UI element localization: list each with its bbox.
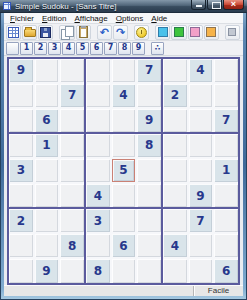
cell-r4c9[interactable] <box>214 134 238 157</box>
cell-r4c4[interactable] <box>86 134 110 157</box>
sudoku-board: 9767494271385419289368746 <box>7 57 240 285</box>
cell-r1c4[interactable] <box>86 59 110 82</box>
digit-2-button[interactable]: 2 <box>34 42 47 55</box>
box-6: 19 <box>163 134 238 207</box>
cell-r8c3[interactable]: 8 <box>60 234 84 257</box>
app-icon <box>3 2 11 10</box>
cell-r4c6[interactable]: 8 <box>137 134 161 157</box>
digit-7-button[interactable]: 7 <box>104 42 117 55</box>
number-toolbar: 123456789∴ <box>4 41 243 56</box>
cell-r3c4[interactable] <box>86 109 110 132</box>
blue-square-icon <box>158 27 168 37</box>
cell-r7c7[interactable] <box>163 209 187 232</box>
cell-r3c8[interactable] <box>189 109 213 132</box>
cell-r1c9[interactable] <box>214 59 238 82</box>
box-5: 854 <box>86 134 161 207</box>
cell-r6c7[interactable] <box>163 184 187 207</box>
cell-r7c5[interactable] <box>112 209 136 232</box>
cell-r3c1[interactable] <box>9 109 33 132</box>
cell-r9c1[interactable] <box>9 259 33 282</box>
cell-r3c2[interactable]: 6 <box>35 109 59 132</box>
box-3: 427 <box>163 59 238 132</box>
cell-r7c1[interactable]: 2 <box>9 209 33 232</box>
box-8: 368 <box>86 209 161 282</box>
cell-r5c3[interactable] <box>60 159 84 182</box>
cell-r1c6[interactable]: 7 <box>137 59 161 82</box>
cell-r7c3[interactable] <box>60 209 84 232</box>
copy-icon <box>61 26 73 38</box>
redo-button[interactable]: ↷ <box>113 25 128 40</box>
app-window: Simple Sudoku - [Sans Titre] FichierEdit… <box>0 0 247 300</box>
cell-r2c9[interactable] <box>214 84 238 107</box>
close-button[interactable] <box>223 0 244 10</box>
cell-r2c3[interactable]: 7 <box>60 84 84 107</box>
cell-r9c2[interactable]: 9 <box>35 259 59 282</box>
cell-r6c1[interactable] <box>9 184 33 207</box>
cell-r2c6[interactable] <box>137 84 161 107</box>
undo-arrow-icon: ↶ <box>100 27 109 38</box>
cell-r9c4[interactable]: 8 <box>86 259 110 282</box>
board-area: 9767494271385419289368746 <box>4 56 243 285</box>
filter-green-button[interactable] <box>171 25 186 40</box>
cell-r6c5[interactable] <box>112 184 136 207</box>
new-puzzle-button[interactable] <box>6 25 21 40</box>
status-bar: Facile <box>4 285 243 296</box>
cell-r9c8[interactable] <box>189 259 213 282</box>
redo-arrow-icon: ↷ <box>116 27 125 38</box>
cell-r8c6[interactable] <box>137 234 161 257</box>
menu-options[interactable]: Options <box>112 13 148 24</box>
cell-r1c8[interactable]: 4 <box>189 59 213 82</box>
digit-6-button[interactable]: 6 <box>90 42 103 55</box>
cell-r3c5[interactable] <box>112 109 136 132</box>
paste-button[interactable] <box>76 25 91 40</box>
cell-r5c9[interactable]: 1 <box>214 159 238 182</box>
save-icon <box>40 27 51 38</box>
filter-orange-button[interactable] <box>204 25 219 40</box>
cell-r5c2[interactable] <box>35 159 59 182</box>
cell-r6c4[interactable]: 4 <box>86 184 110 207</box>
window-controls <box>190 0 244 13</box>
cell-r7c6[interactable] <box>137 209 161 232</box>
cell-r9c6[interactable] <box>137 259 161 282</box>
filter-pink-button[interactable] <box>188 25 203 40</box>
cell-r9c9[interactable]: 6 <box>214 259 238 282</box>
cell-r2c2[interactable] <box>35 84 59 107</box>
cell-r1c5[interactable] <box>112 59 136 82</box>
menu-fichier[interactable]: Fichier <box>6 13 38 24</box>
filter-blue-button[interactable] <box>155 25 170 40</box>
cell-r6c2[interactable] <box>35 184 59 207</box>
undo-button[interactable]: ↶ <box>97 25 112 40</box>
new-grid-icon <box>8 27 19 38</box>
box-7: 289 <box>9 209 84 282</box>
cell-r3c9[interactable]: 7 <box>214 109 238 132</box>
cell-r4c3[interactable] <box>60 134 84 157</box>
cell-r2c1[interactable] <box>9 84 33 107</box>
cell-r4c8[interactable] <box>189 134 213 157</box>
status-message-panel <box>4 286 193 296</box>
cell-r4c2[interactable]: 1 <box>35 134 59 157</box>
cell-r9c5[interactable] <box>112 259 136 282</box>
title-bar: Simple Sudoku - [Sans Titre] <box>0 0 247 13</box>
clear-cell-button[interactable] <box>6 42 19 55</box>
box-1: 976 <box>9 59 84 132</box>
digit-4-button[interactable]: 4 <box>62 42 75 55</box>
client-area: FichierEditionAffichageOptionsAide ↶↷ 12… <box>4 13 243 296</box>
cell-r8c7[interactable]: 4 <box>163 234 187 257</box>
menu-aide[interactable]: Aide <box>147 13 171 24</box>
cell-r8c8[interactable] <box>189 234 213 257</box>
cell-r1c7[interactable] <box>163 59 187 82</box>
box-9: 746 <box>163 209 238 282</box>
cell-r1c2[interactable] <box>35 59 59 82</box>
cell-r6c9[interactable] <box>214 184 238 207</box>
cell-r7c4[interactable]: 3 <box>86 209 110 232</box>
cell-r4c7[interactable] <box>163 134 187 157</box>
cell-r8c4[interactable] <box>86 234 110 257</box>
cell-r3c6[interactable]: 9 <box>137 109 161 132</box>
cell-r8c1[interactable] <box>9 234 33 257</box>
cell-r1c3[interactable] <box>60 59 84 82</box>
maximize-button[interactable] <box>207 0 222 10</box>
cell-r2c4[interactable] <box>86 84 110 107</box>
cell-r5c7[interactable] <box>163 159 187 182</box>
cell-r4c1[interactable] <box>9 134 33 157</box>
cell-r8c5[interactable]: 6 <box>112 234 136 257</box>
copy-button[interactable] <box>59 25 74 40</box>
save-button[interactable] <box>38 25 53 40</box>
small-square-icon <box>228 28 236 36</box>
cell-r3c7[interactable] <box>163 109 187 132</box>
cell-r8c9[interactable] <box>214 234 238 257</box>
pink-square-icon <box>190 27 200 37</box>
cell-r1c1[interactable]: 9 <box>9 59 33 82</box>
cell-r7c9[interactable] <box>214 209 238 232</box>
cell-r3c3[interactable] <box>60 109 84 132</box>
minimize-button[interactable] <box>191 0 206 10</box>
cell-r6c6[interactable] <box>137 184 161 207</box>
box-4: 13 <box>9 134 84 207</box>
timer-button[interactable] <box>134 25 149 40</box>
cell-r2c7[interactable]: 2 <box>163 84 187 107</box>
cell-r5c8[interactable] <box>189 159 213 182</box>
highlight-button[interactable] <box>225 25 240 40</box>
orange-square-icon <box>206 27 216 37</box>
cell-r9c3[interactable] <box>60 259 84 282</box>
cell-r6c8[interactable]: 9 <box>189 184 213 207</box>
digit-1-button[interactable]: 1 <box>20 42 33 55</box>
digit-3-button[interactable]: 3 <box>48 42 61 55</box>
menu-affichage[interactable]: Affichage <box>70 13 111 24</box>
cell-r5c1[interactable]: 3 <box>9 159 33 182</box>
paste-icon <box>79 26 88 38</box>
cell-r2c5[interactable]: 4 <box>112 84 136 107</box>
open-folder-icon <box>24 29 36 37</box>
cell-r6c3[interactable] <box>60 184 84 207</box>
digit-9-button[interactable]: 9 <box>132 42 145 55</box>
difficulty-label: Facile <box>193 286 243 296</box>
cell-r7c2[interactable] <box>35 209 59 232</box>
cell-r5c5[interactable]: 5 <box>112 159 136 182</box>
cell-r2c8[interactable] <box>189 84 213 107</box>
green-square-icon <box>174 27 184 37</box>
clock-icon <box>136 27 147 38</box>
cell-r8c2[interactable] <box>35 234 59 257</box>
cell-r5c6[interactable] <box>137 159 161 182</box>
digit-5-button[interactable]: 5 <box>76 42 89 55</box>
window-title: Simple Sudoku - [Sans Titre] <box>11 0 190 13</box>
cell-r9c7[interactable] <box>163 259 187 282</box>
main-toolbar: ↶↷ <box>4 24 243 41</box>
open-button[interactable] <box>22 25 37 40</box>
cell-r5c4[interactable] <box>86 159 110 182</box>
candidates-button[interactable]: ∴ <box>151 42 164 55</box>
cell-r4c5[interactable] <box>112 134 136 157</box>
menu-bar: FichierEditionAffichageOptionsAide <box>4 13 243 24</box>
digit-8-button[interactable]: 8 <box>118 42 131 55</box>
menu-edition[interactable]: Edition <box>38 13 70 24</box>
cell-r7c8[interactable]: 7 <box>189 209 213 232</box>
box-2: 749 <box>86 59 161 132</box>
